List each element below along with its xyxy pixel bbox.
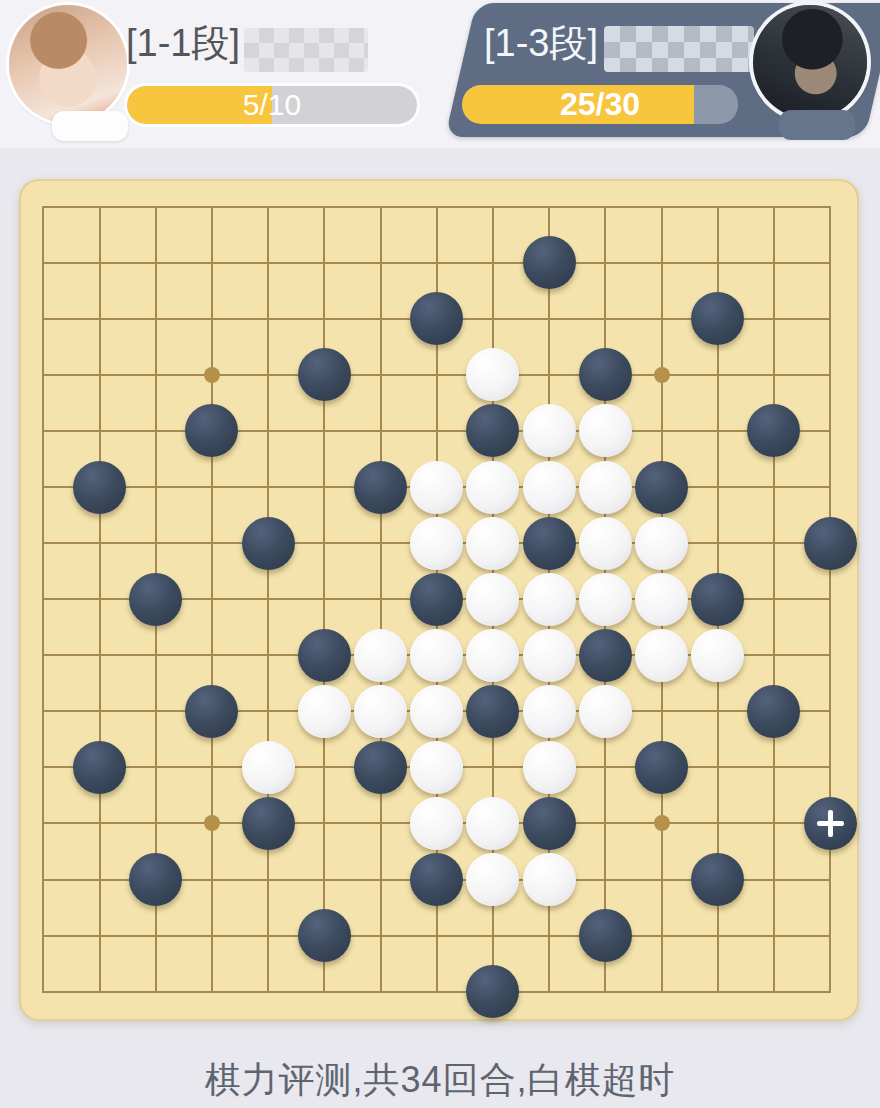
black-stone — [410, 573, 463, 626]
right-avatar-tab — [779, 110, 855, 140]
grid-line-v-14 — [773, 206, 775, 993]
left-avatar-tab — [52, 111, 128, 141]
black-stone — [691, 573, 744, 626]
white-stone — [466, 853, 519, 906]
white-stone — [579, 573, 632, 626]
right-progress-text: 25/30 — [462, 85, 738, 124]
left-progress-text: 5/10 — [127, 86, 417, 124]
black-stone — [523, 517, 576, 570]
black-stone — [747, 685, 800, 738]
grid-line-h-15 — [42, 991, 831, 993]
white-stone — [410, 517, 463, 570]
black-stone — [410, 292, 463, 345]
white-stone — [523, 685, 576, 738]
white-stone — [410, 461, 463, 514]
black-stone — [185, 685, 238, 738]
grid-line-v-15 — [829, 206, 831, 993]
white-stone — [579, 461, 632, 514]
star-point — [654, 815, 670, 831]
black-stone — [185, 404, 238, 457]
white-stone — [410, 629, 463, 682]
white-stone — [523, 629, 576, 682]
white-stone — [354, 685, 407, 738]
white-stone — [466, 517, 519, 570]
black-stone — [635, 461, 688, 514]
black-stone — [579, 629, 632, 682]
black-stone — [523, 236, 576, 289]
white-stone — [579, 404, 632, 457]
white-stone — [523, 404, 576, 457]
black-stone — [129, 853, 182, 906]
black-stone — [298, 909, 351, 962]
last-move-crosshair-icon — [804, 797, 857, 850]
grid-line-h-14 — [42, 935, 831, 937]
right-player-avatar[interactable] — [753, 5, 867, 119]
right-player-name-blurred — [604, 26, 754, 72]
white-stone — [410, 797, 463, 850]
star-point — [204, 815, 220, 831]
black-stone — [747, 404, 800, 457]
white-stone — [691, 629, 744, 682]
black-stone — [73, 461, 126, 514]
white-stone — [242, 741, 295, 794]
black-stone — [804, 517, 857, 570]
star-point — [654, 367, 670, 383]
black-stone — [242, 517, 295, 570]
left-player-name-blurred — [244, 28, 368, 72]
crosshair-bar-v — [828, 810, 833, 837]
white-stone — [523, 573, 576, 626]
white-stone — [354, 629, 407, 682]
white-stone — [466, 797, 519, 850]
black-stone — [635, 741, 688, 794]
black-stone — [298, 629, 351, 682]
app-screen: [1-1段] 5/10 [1-3段] 25/30 棋力评测,共34回合,白棋超时 — [0, 0, 880, 1108]
game-result-text: 棋力评测,共34回合,白棋超时 — [0, 1056, 880, 1105]
black-stone — [466, 685, 519, 738]
black-stone — [691, 853, 744, 906]
white-stone — [466, 348, 519, 401]
black-stone — [466, 965, 519, 1018]
right-player-rank-label: [1-3段] — [484, 20, 598, 66]
black-stone — [579, 909, 632, 962]
black-stone — [804, 797, 857, 850]
white-stone — [466, 573, 519, 626]
white-stone — [635, 573, 688, 626]
black-stone — [298, 348, 351, 401]
black-stone — [579, 348, 632, 401]
star-point — [204, 367, 220, 383]
left-player-rank-label: [1-1段] — [126, 20, 240, 66]
left-player-avatar[interactable] — [9, 5, 127, 123]
black-stone — [129, 573, 182, 626]
white-stone — [298, 685, 351, 738]
black-stone — [523, 797, 576, 850]
black-stone — [242, 797, 295, 850]
white-stone — [579, 685, 632, 738]
white-stone — [466, 461, 519, 514]
white-stone — [410, 685, 463, 738]
white-stone — [466, 629, 519, 682]
black-stone — [691, 292, 744, 345]
white-stone — [523, 461, 576, 514]
white-stone — [523, 853, 576, 906]
black-stone — [410, 853, 463, 906]
black-stone — [354, 461, 407, 514]
gomoku-board[interactable] — [19, 179, 859, 1021]
white-stone — [579, 517, 632, 570]
white-stone — [410, 741, 463, 794]
white-stone — [523, 741, 576, 794]
right-player-progress-bar: 25/30 — [462, 85, 738, 124]
black-stone — [354, 741, 407, 794]
white-stone — [635, 517, 688, 570]
left-player-progress-bar: 5/10 — [127, 86, 417, 124]
black-stone — [466, 404, 519, 457]
black-stone — [73, 741, 126, 794]
white-stone — [635, 629, 688, 682]
